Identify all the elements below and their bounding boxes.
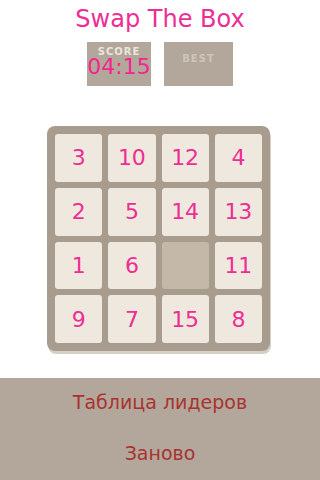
tile-1[interactable]: 1 <box>55 242 102 290</box>
stats-row: SCORE 04:15 BEST <box>0 42 320 86</box>
tile-12[interactable]: 12 <box>162 134 209 182</box>
tile-4[interactable]: 4 <box>215 134 262 182</box>
tile-3[interactable]: 3 <box>55 134 102 182</box>
best-label: BEST <box>182 47 214 64</box>
tile-9[interactable]: 9 <box>55 295 102 343</box>
best-box: BEST <box>164 42 233 86</box>
restart-button[interactable]: Заново <box>0 442 320 464</box>
tile-14[interactable]: 14 <box>162 188 209 236</box>
tile-11[interactable]: 11 <box>215 242 262 290</box>
bottom-panel: Таблица лидеров Заново <box>0 378 320 480</box>
tile-5[interactable]: 5 <box>108 188 155 236</box>
tile-2[interactable]: 2 <box>55 188 102 236</box>
score-value: 04:15 <box>87 55 150 79</box>
leaderboard-button[interactable]: Таблица лидеров <box>0 391 320 413</box>
score-box: SCORE 04:15 <box>87 42 151 86</box>
tile-15[interactable]: 15 <box>162 295 209 343</box>
empty-cell <box>162 242 209 290</box>
tile-8[interactable]: 8 <box>215 295 262 343</box>
tile-10[interactable]: 10 <box>108 134 155 182</box>
page-title: Swap The Box <box>0 5 320 33</box>
tile-6[interactable]: 6 <box>108 242 155 290</box>
board: 310124251413161197158 <box>47 126 270 351</box>
tile-13[interactable]: 13 <box>215 188 262 236</box>
tile-7[interactable]: 7 <box>108 295 155 343</box>
